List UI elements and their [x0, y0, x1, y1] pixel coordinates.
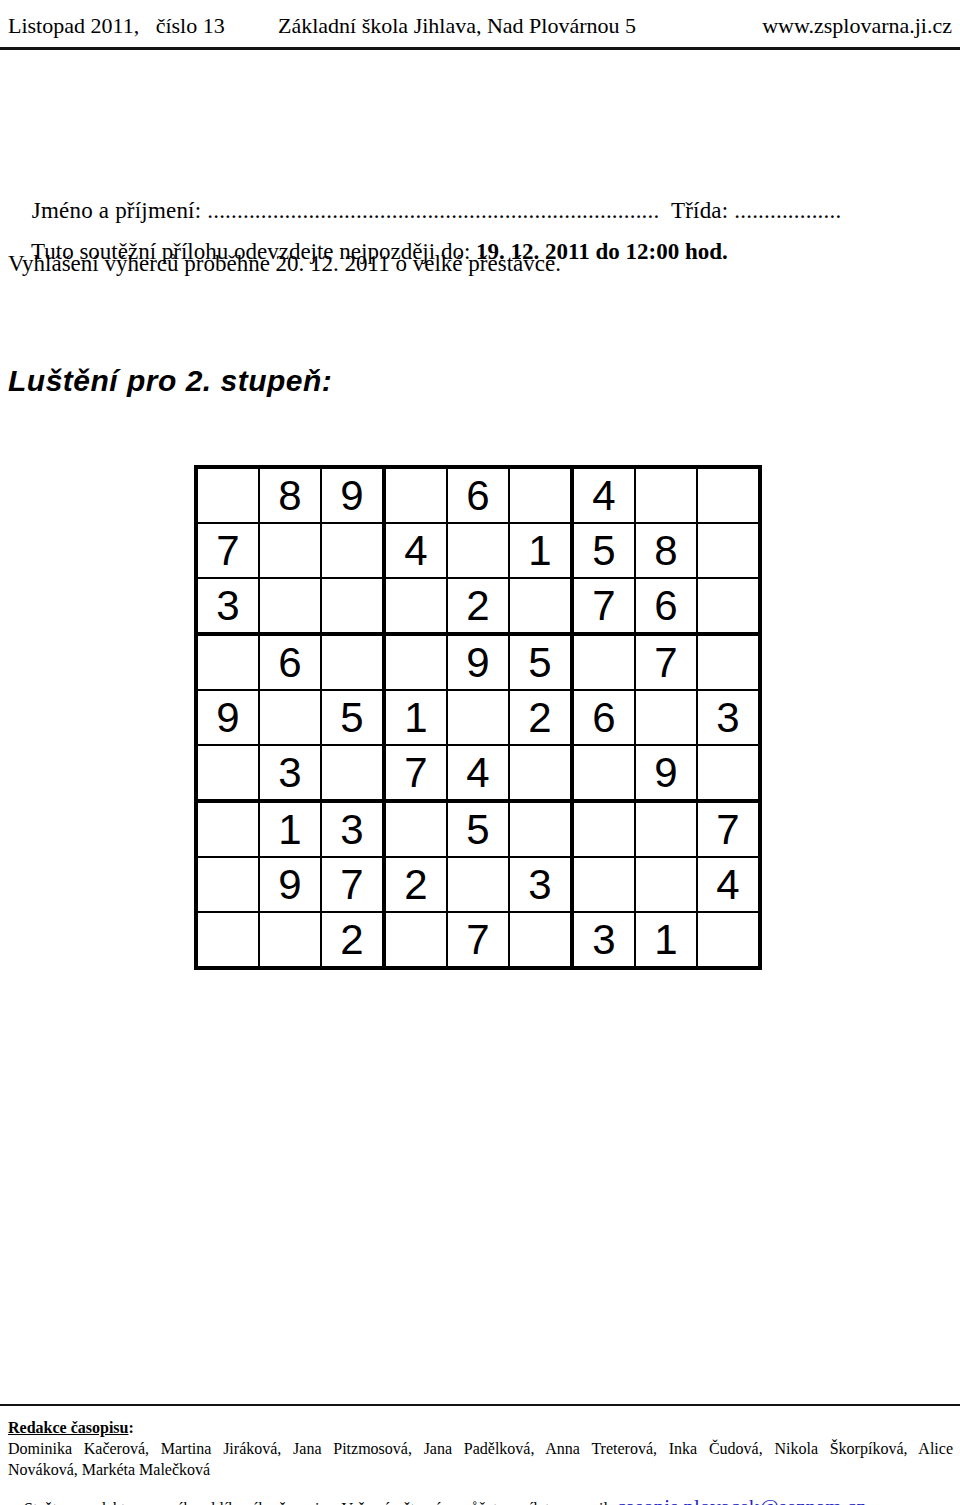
sudoku-cell-r5c1: 9 — [198, 691, 260, 746]
sudoku-cell-r7c2: 1 — [260, 803, 322, 858]
sudoku-cell-r2c2 — [260, 524, 322, 579]
cell-digit: 8 — [278, 475, 301, 517]
sudoku-cell-r4c4 — [386, 636, 448, 691]
cell-digit: 4 — [592, 475, 615, 517]
sudoku-cell-r8c9: 4 — [698, 858, 758, 913]
class-fill-line: .................. — [734, 198, 841, 223]
magazine-page: Listopad 2011, číslo 13 Základní škola J… — [0, 0, 960, 1505]
contact-period: . — [865, 1500, 869, 1505]
sudoku-cell-r6c6 — [510, 746, 574, 803]
sudoku-cell-r5c9: 3 — [698, 691, 758, 746]
cell-digit: 2 — [466, 585, 489, 627]
sudoku-cell-r1c2: 8 — [260, 469, 322, 524]
sudoku-cell-r6c8: 9 — [636, 746, 698, 803]
email-link[interactable]: casopis.plovacek@seznam.cz — [616, 1495, 865, 1505]
sudoku-cell-r1c4 — [386, 469, 448, 524]
sudoku-cell-r8c8 — [636, 858, 698, 913]
sudoku-cell-r9c9 — [698, 913, 758, 966]
issue-label: Listopad 2011, číslo 13 — [8, 13, 225, 39]
sudoku-cell-r7c7 — [574, 803, 636, 858]
sudoku-cell-r9c5: 7 — [448, 913, 510, 966]
sudoku-cell-r4c6: 5 — [510, 636, 574, 691]
editors-list-line1: Dominika Kačerová, Martina Jiráková, Jan… — [8, 1440, 953, 1458]
sudoku-cell-r1c6 — [510, 469, 574, 524]
sudoku-cell-r6c5: 4 — [448, 746, 510, 803]
sudoku-cell-r8c4: 2 — [386, 858, 448, 913]
sudoku-cell-r4c5: 9 — [448, 636, 510, 691]
cell-digit: 3 — [528, 864, 551, 906]
editorial-heading-label: Redakce časopisu — [8, 1419, 128, 1436]
sudoku-cell-r5c2 — [260, 691, 322, 746]
sudoku-cell-r9c6 — [510, 913, 574, 966]
cell-digit: 7 — [466, 919, 489, 961]
sudoku-cell-r2c3 — [322, 524, 386, 579]
cell-digit: 2 — [404, 864, 427, 906]
cell-digit: 5 — [528, 642, 551, 684]
sudoku-cell-r3c8: 6 — [636, 579, 698, 636]
sudoku-cell-r8c7 — [574, 858, 636, 913]
sudoku-cell-r5c3: 5 — [322, 691, 386, 746]
sudoku-cell-r6c7 — [574, 746, 636, 803]
cell-digit: 7 — [592, 585, 615, 627]
sudoku-cell-r2c6: 1 — [510, 524, 574, 579]
cell-digit: 9 — [340, 475, 363, 517]
sudoku-cell-r1c3: 9 — [322, 469, 386, 524]
sudoku-cell-r2c4: 4 — [386, 524, 448, 579]
contact-text: Staňte se redaktorem svého oblíbeného ča… — [24, 1500, 616, 1505]
sudoku-cell-r1c9 — [698, 469, 758, 524]
cell-digit: 3 — [716, 697, 739, 739]
cell-digit: 1 — [278, 809, 301, 851]
website-url: www.zsplovarna.ji.cz — [762, 13, 952, 39]
sudoku-cell-r8c2: 9 — [260, 858, 322, 913]
sudoku-cell-r4c3 — [322, 636, 386, 691]
editorial-heading: Redakce časopisu: — [8, 1419, 134, 1437]
sudoku-cell-r6c3 — [322, 746, 386, 803]
sudoku-cell-r7c8 — [636, 803, 698, 858]
cell-digit: 7 — [340, 864, 363, 906]
sudoku-cell-r5c7: 6 — [574, 691, 636, 746]
sudoku-cell-r8c6: 3 — [510, 858, 574, 913]
sudoku-cell-r7c9: 7 — [698, 803, 758, 858]
sudoku-cell-r9c3: 2 — [322, 913, 386, 966]
editorial-heading-colon: : — [128, 1419, 133, 1436]
cell-digit: 4 — [466, 752, 489, 794]
sudoku-cell-r4c9 — [698, 636, 758, 691]
sudoku-cell-r3c6 — [510, 579, 574, 636]
sudoku-cell-r1c7: 4 — [574, 469, 636, 524]
cell-digit: 3 — [216, 585, 239, 627]
sudoku-cell-r7c5: 5 — [448, 803, 510, 858]
cell-digit: 6 — [654, 585, 677, 627]
cell-digit: 9 — [654, 752, 677, 794]
sudoku-cell-r3c2 — [260, 579, 322, 636]
cell-digit: 3 — [340, 809, 363, 851]
sudoku-cell-r4c2: 6 — [260, 636, 322, 691]
footer-rule — [0, 1404, 960, 1406]
sudoku-cell-r7c6 — [510, 803, 574, 858]
cell-digit: 8 — [654, 530, 677, 572]
cell-digit: 7 — [216, 530, 239, 572]
sudoku-cell-r2c8: 8 — [636, 524, 698, 579]
sudoku-cell-r1c5: 6 — [448, 469, 510, 524]
sudoku-cell-r3c4 — [386, 579, 448, 636]
cell-digit: 1 — [654, 919, 677, 961]
sudoku-cell-r4c7 — [574, 636, 636, 691]
sudoku-cell-r7c1 — [198, 803, 260, 858]
cell-digit: 1 — [404, 697, 427, 739]
masthead: Listopad 2011, číslo 13 Základní škola J… — [0, 0, 960, 50]
cell-digit: 6 — [278, 642, 301, 684]
sudoku-cell-r6c2: 3 — [260, 746, 322, 803]
sudoku-cell-r7c3: 3 — [322, 803, 386, 858]
cell-digit: 4 — [404, 530, 427, 572]
cell-digit: 7 — [716, 809, 739, 851]
sudoku-cell-r3c1: 3 — [198, 579, 260, 636]
sudoku-cell-r2c7: 5 — [574, 524, 636, 579]
cell-digit: 5 — [592, 530, 615, 572]
sudoku-cell-r9c8: 1 — [636, 913, 698, 966]
cell-digit: 2 — [340, 919, 363, 961]
sudoku-cell-r4c8: 7 — [636, 636, 698, 691]
sudoku-cell-r6c9 — [698, 746, 758, 803]
sudoku-cell-r5c4: 1 — [386, 691, 448, 746]
cell-digit: 6 — [592, 697, 615, 739]
sudoku-cell-r1c1 — [198, 469, 260, 524]
cell-digit: 3 — [278, 752, 301, 794]
school-name: Základní škola Jihlava, Nad Plovárnou 5 — [278, 13, 636, 39]
cell-digit: 7 — [404, 752, 427, 794]
cell-digit: 5 — [340, 697, 363, 739]
puzzle-heading: Luštění pro 2. stupeň: — [8, 364, 332, 398]
sudoku-cell-r9c1 — [198, 913, 260, 966]
cell-digit: 3 — [592, 919, 615, 961]
sudoku-cell-r2c1: 7 — [198, 524, 260, 579]
sudoku-cell-r3c9 — [698, 579, 758, 636]
cell-digit: 2 — [528, 697, 551, 739]
sudoku-cell-r3c7: 7 — [574, 579, 636, 636]
cell-digit: 9 — [466, 642, 489, 684]
sudoku-cell-r5c6: 2 — [510, 691, 574, 746]
sudoku-cell-r7c4 — [386, 803, 448, 858]
sudoku-cell-r2c9 — [698, 524, 758, 579]
cell-digit: 6 — [466, 475, 489, 517]
sudoku-grid: 8964741583276695795126337491357972342731 — [194, 465, 762, 970]
sudoku-cell-r9c7: 3 — [574, 913, 636, 966]
sudoku-cell-r2c5 — [448, 524, 510, 579]
sudoku-cell-r8c5 — [448, 858, 510, 913]
cell-digit: 9 — [278, 864, 301, 906]
sudoku-cell-r3c5: 2 — [448, 579, 510, 636]
cell-digit: 1 — [528, 530, 551, 572]
cell-digit: 7 — [654, 642, 677, 684]
sudoku-cell-r9c4 — [386, 913, 448, 966]
sudoku-cell-r8c1 — [198, 858, 260, 913]
sudoku-cell-r6c4: 7 — [386, 746, 448, 803]
contact-line: Staňte se redaktorem svého oblíbeného ča… — [8, 1477, 869, 1505]
cell-digit: 5 — [466, 809, 489, 851]
cell-digit: 9 — [216, 697, 239, 739]
sudoku-cell-r5c8 — [636, 691, 698, 746]
sudoku-cell-r6c1 — [198, 746, 260, 803]
announcement-notice: Vyhlášení výherců proběhne 20. 12. 2011 … — [8, 251, 561, 277]
sudoku-cell-r1c8 — [636, 469, 698, 524]
sudoku-cell-r5c5 — [448, 691, 510, 746]
sudoku-cell-r8c3: 7 — [322, 858, 386, 913]
sudoku-cell-r3c3 — [322, 579, 386, 636]
sudoku-cell-r9c2 — [260, 913, 322, 966]
sudoku-cell-r4c1 — [198, 636, 260, 691]
cell-digit: 4 — [716, 864, 739, 906]
